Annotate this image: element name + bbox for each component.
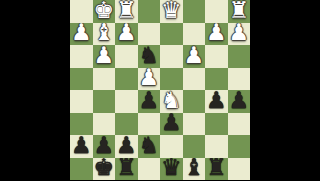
thumbnail-stage: ♚♜♛♜♟♝♟♟♟♟♞♟♟♟♞♟♟♟♟♟♟♞♚♜♛♝♜ bbox=[0, 0, 320, 180]
square-a4[interactable] bbox=[228, 68, 251, 91]
square-g8[interactable]: ♚ bbox=[93, 158, 116, 181]
square-c4[interactable] bbox=[183, 68, 206, 91]
piece-white-pawn-c3[interactable]: ♟ bbox=[183, 45, 204, 67]
piece-white-queen-d1[interactable]: ♛ bbox=[161, 0, 182, 22]
letterbox-right bbox=[250, 0, 320, 180]
square-e1[interactable] bbox=[138, 0, 161, 23]
square-e4[interactable]: ♟ bbox=[138, 68, 161, 91]
square-b2[interactable]: ♟ bbox=[205, 23, 228, 46]
square-b7[interactable] bbox=[205, 135, 228, 158]
square-c1[interactable] bbox=[183, 0, 206, 23]
square-f1[interactable]: ♜ bbox=[115, 0, 138, 23]
piece-black-pawn-b5[interactable]: ♟ bbox=[206, 90, 227, 112]
square-h2[interactable]: ♟ bbox=[70, 23, 93, 46]
piece-white-king-g1[interactable]: ♚ bbox=[93, 0, 114, 22]
square-g2[interactable]: ♝ bbox=[93, 23, 116, 46]
piece-black-queen-d8[interactable]: ♛ bbox=[161, 158, 182, 180]
square-b5[interactable]: ♟ bbox=[205, 90, 228, 113]
square-h6[interactable] bbox=[70, 113, 93, 136]
square-a5[interactable]: ♟ bbox=[228, 90, 251, 113]
square-b6[interactable] bbox=[205, 113, 228, 136]
square-c5[interactable] bbox=[183, 90, 206, 113]
square-d7[interactable] bbox=[160, 135, 183, 158]
square-f2[interactable]: ♟ bbox=[115, 23, 138, 46]
piece-white-knight-d5[interactable]: ♞ bbox=[161, 90, 182, 112]
square-h3[interactable] bbox=[70, 45, 93, 68]
square-d2[interactable] bbox=[160, 23, 183, 46]
square-h7[interactable]: ♟ bbox=[70, 135, 93, 158]
square-e3[interactable]: ♞ bbox=[138, 45, 161, 68]
piece-white-pawn-g3[interactable]: ♟ bbox=[93, 45, 114, 67]
square-a1[interactable]: ♜ bbox=[228, 0, 251, 23]
square-d6[interactable]: ♟ bbox=[160, 113, 183, 136]
piece-white-pawn-e4[interactable]: ♟ bbox=[138, 68, 159, 90]
piece-black-knight-e7[interactable]: ♞ bbox=[138, 135, 159, 157]
square-b3[interactable] bbox=[205, 45, 228, 68]
piece-white-rook-a1[interactable]: ♜ bbox=[228, 0, 249, 22]
square-h5[interactable] bbox=[70, 90, 93, 113]
piece-white-bishop-g2[interactable]: ♝ bbox=[93, 23, 114, 45]
square-e2[interactable] bbox=[138, 23, 161, 46]
piece-black-pawn-g7[interactable]: ♟ bbox=[93, 135, 114, 157]
piece-black-pawn-h7[interactable]: ♟ bbox=[71, 135, 92, 157]
square-g7[interactable]: ♟ bbox=[93, 135, 116, 158]
piece-white-pawn-h2[interactable]: ♟ bbox=[71, 23, 92, 45]
square-d8[interactable]: ♛ bbox=[160, 158, 183, 181]
square-e6[interactable] bbox=[138, 113, 161, 136]
piece-black-rook-f8[interactable]: ♜ bbox=[116, 158, 137, 180]
square-e8[interactable] bbox=[138, 158, 161, 181]
square-a3[interactable] bbox=[228, 45, 251, 68]
square-b1[interactable] bbox=[205, 0, 228, 23]
square-f4[interactable] bbox=[115, 68, 138, 91]
chess-board: ♚♜♛♜♟♝♟♟♟♟♞♟♟♟♞♟♟♟♟♟♟♞♚♜♛♝♜ bbox=[70, 0, 250, 180]
square-h1[interactable] bbox=[70, 0, 93, 23]
piece-black-pawn-e5[interactable]: ♟ bbox=[138, 90, 159, 112]
square-g5[interactable] bbox=[93, 90, 116, 113]
square-f5[interactable] bbox=[115, 90, 138, 113]
letterbox-left bbox=[0, 0, 70, 180]
square-d1[interactable]: ♛ bbox=[160, 0, 183, 23]
square-b4[interactable] bbox=[205, 68, 228, 91]
square-c6[interactable] bbox=[183, 113, 206, 136]
piece-white-pawn-a2[interactable]: ♟ bbox=[228, 23, 249, 45]
square-g3[interactable]: ♟ bbox=[93, 45, 116, 68]
square-d5[interactable]: ♞ bbox=[160, 90, 183, 113]
square-e5[interactable]: ♟ bbox=[138, 90, 161, 113]
square-a7[interactable] bbox=[228, 135, 251, 158]
square-h8[interactable] bbox=[70, 158, 93, 181]
square-a8[interactable] bbox=[228, 158, 251, 181]
piece-white-pawn-b2[interactable]: ♟ bbox=[206, 23, 227, 45]
square-f6[interactable] bbox=[115, 113, 138, 136]
square-g4[interactable] bbox=[93, 68, 116, 91]
square-e7[interactable]: ♞ bbox=[138, 135, 161, 158]
square-c8[interactable]: ♝ bbox=[183, 158, 206, 181]
piece-white-rook-f1[interactable]: ♜ bbox=[116, 0, 137, 22]
square-a2[interactable]: ♟ bbox=[228, 23, 251, 46]
square-f7[interactable]: ♟ bbox=[115, 135, 138, 158]
piece-black-pawn-f7[interactable]: ♟ bbox=[116, 135, 137, 157]
piece-black-pawn-a5[interactable]: ♟ bbox=[228, 90, 249, 112]
square-b8[interactable]: ♜ bbox=[205, 158, 228, 181]
square-f3[interactable] bbox=[115, 45, 138, 68]
piece-white-pawn-f2[interactable]: ♟ bbox=[116, 23, 137, 45]
square-c2[interactable] bbox=[183, 23, 206, 46]
square-c7[interactable] bbox=[183, 135, 206, 158]
piece-black-pawn-d6[interactable]: ♟ bbox=[161, 113, 182, 135]
square-c3[interactable]: ♟ bbox=[183, 45, 206, 68]
square-d4[interactable] bbox=[160, 68, 183, 91]
square-g1[interactable]: ♚ bbox=[93, 0, 116, 23]
square-g6[interactable] bbox=[93, 113, 116, 136]
square-h4[interactable] bbox=[70, 68, 93, 91]
piece-black-rook-b8[interactable]: ♜ bbox=[206, 158, 227, 180]
piece-black-bishop-c8[interactable]: ♝ bbox=[183, 158, 204, 180]
square-d3[interactable] bbox=[160, 45, 183, 68]
square-f8[interactable]: ♜ bbox=[115, 158, 138, 181]
piece-black-king-g8[interactable]: ♚ bbox=[93, 158, 114, 180]
piece-black-knight-e3[interactable]: ♞ bbox=[138, 45, 159, 67]
square-a6[interactable] bbox=[228, 113, 251, 136]
